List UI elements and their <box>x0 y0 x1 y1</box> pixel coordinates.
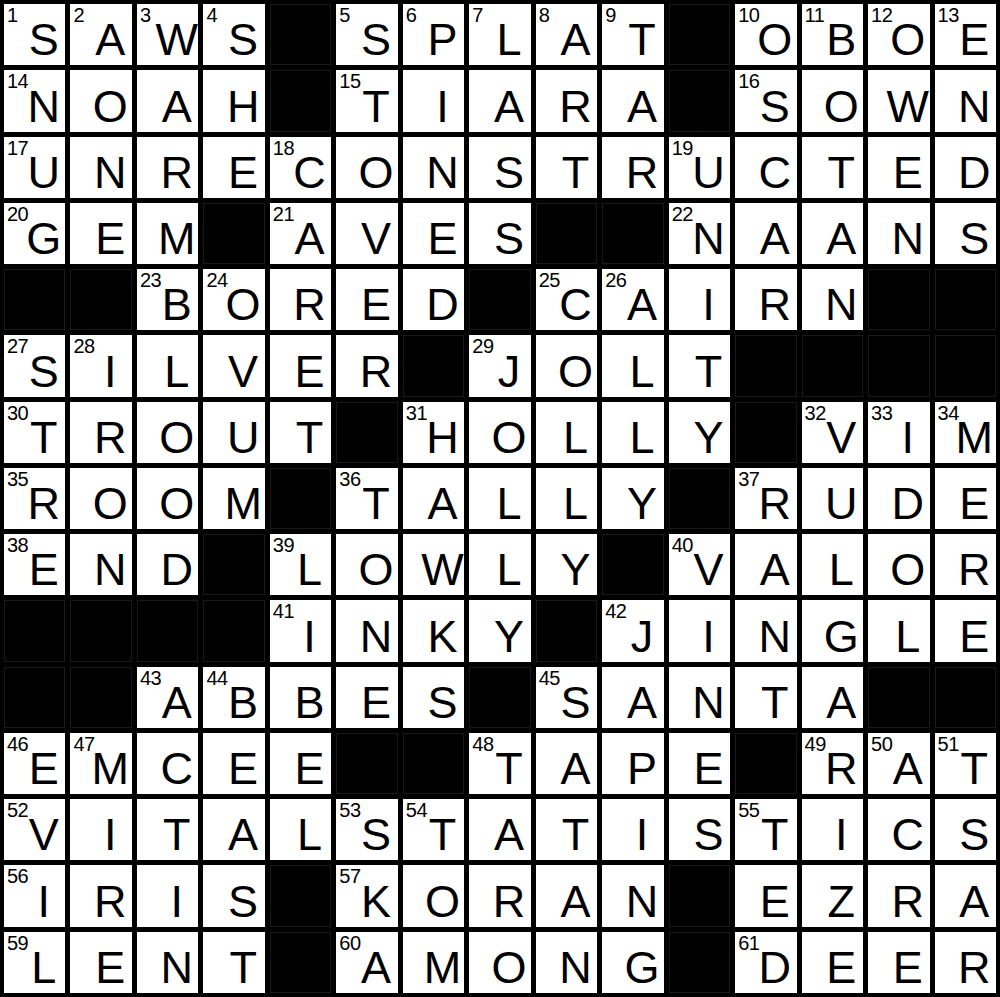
cell-r3c15[interactable]: D <box>935 137 996 198</box>
cell-r5c11[interactable]: I <box>669 269 730 330</box>
cell-letter: H <box>203 84 264 129</box>
block-r11c2 <box>70 667 131 728</box>
cell-r13c13[interactable]: I <box>802 799 863 860</box>
cell-r4c2[interactable]: E <box>70 203 131 264</box>
cell-r5c3[interactable]: 23B <box>137 269 198 330</box>
cell-r11c6[interactable]: E <box>336 667 397 728</box>
cell-r10c12[interactable]: N <box>735 600 796 661</box>
cell-r3c3[interactable]: R <box>137 137 198 198</box>
cell-r1c15[interactable]: 13E <box>935 4 996 65</box>
cell-r13c9[interactable]: T <box>536 799 597 860</box>
cell-r3c1[interactable]: 17U <box>4 137 65 198</box>
cell-letter: V <box>203 349 264 394</box>
cell-r12c11[interactable]: E <box>669 733 730 794</box>
cell-r12c14[interactable]: 50A <box>868 733 929 794</box>
cell-letter: E <box>4 746 65 791</box>
cell-r15c7[interactable]: M <box>403 932 464 993</box>
cell-letter: S <box>469 150 530 195</box>
cell-r5c13[interactable]: N <box>802 269 863 330</box>
cell-r15c6[interactable]: 60A <box>336 932 397 993</box>
cell-r6c5[interactable]: E <box>270 335 331 396</box>
cell-letter: E <box>935 614 996 659</box>
cell-letter: B <box>137 282 198 327</box>
cell-letter: D <box>735 945 796 990</box>
cell-r14c8[interactable]: R <box>469 865 530 926</box>
cell-r9c7[interactable]: W <box>403 534 464 595</box>
block-r4c9 <box>536 203 597 264</box>
cell-r7c11[interactable]: Y <box>669 402 730 463</box>
cell-letter: A <box>536 746 597 791</box>
cell-letter: G <box>802 614 863 659</box>
cell-r9c5[interactable]: 39L <box>270 534 331 595</box>
cell-r7c10[interactable]: L <box>602 402 663 463</box>
cell-r2c10[interactable]: A <box>602 70 663 131</box>
cell-r6c1[interactable]: 27S <box>4 335 65 396</box>
cell-letter: N <box>403 150 464 195</box>
cell-r12c15[interactable]: 51T <box>935 733 996 794</box>
cell-letter: Y <box>536 547 597 592</box>
cell-letter: V <box>4 812 65 857</box>
cell-r7c4[interactable]: U <box>203 402 264 463</box>
cell-r1c8[interactable]: 7L <box>469 4 530 65</box>
cell-r14c1[interactable]: 56I <box>4 865 65 926</box>
cell-letter: I <box>669 614 730 659</box>
cell-letter: I <box>802 812 863 857</box>
cell-r14c15[interactable]: A <box>935 865 996 926</box>
cell-letter: A <box>536 17 597 62</box>
cell-r12c5[interactable]: E <box>270 733 331 794</box>
cell-r14c3[interactable]: I <box>137 865 198 926</box>
cell-letter: S <box>203 17 264 62</box>
cell-letter: S <box>203 879 264 924</box>
cell-r12c10[interactable]: P <box>602 733 663 794</box>
cell-r9c12[interactable]: A <box>735 534 796 595</box>
cell-r12c9[interactable]: A <box>536 733 597 794</box>
cell-letter: T <box>336 84 397 129</box>
cell-r13c10[interactable]: I <box>602 799 663 860</box>
block-r4c4 <box>203 203 264 264</box>
cell-r15c8[interactable]: O <box>469 932 530 993</box>
cell-r2c2[interactable]: O <box>70 70 131 131</box>
cell-letter: S <box>469 216 530 261</box>
cell-letter: R <box>536 84 597 129</box>
cell-letter: S <box>935 216 996 261</box>
cell-r13c5[interactable]: L <box>270 799 331 860</box>
cell-letter: A <box>270 216 331 261</box>
cell-r10c5[interactable]: 41I <box>270 600 331 661</box>
cell-letter: N <box>669 680 730 725</box>
cell-r12c2[interactable]: 47M <box>70 733 131 794</box>
cell-letter: R <box>70 415 131 460</box>
cell-r7c5[interactable]: T <box>270 402 331 463</box>
cell-letter: R <box>469 879 530 924</box>
cell-r8c8[interactable]: L <box>469 468 530 529</box>
cell-letter: S <box>4 17 65 62</box>
cell-r4c7[interactable]: E <box>403 203 464 264</box>
cell-r8c7[interactable]: A <box>403 468 464 529</box>
cell-r11c12[interactable]: T <box>735 667 796 728</box>
block-r6c14 <box>868 335 929 396</box>
cell-letter: N <box>802 282 863 327</box>
cell-r4c3[interactable]: M <box>137 203 198 264</box>
block-r10c4 <box>203 600 264 661</box>
cell-letter: T <box>802 150 863 195</box>
cell-letter: L <box>137 349 198 394</box>
cell-r6c6[interactable]: R <box>336 335 397 396</box>
cell-r13c11[interactable]: S <box>669 799 730 860</box>
block-r7c6 <box>336 402 397 463</box>
cell-r14c4[interactable]: S <box>203 865 264 926</box>
cell-r2c6[interactable]: 15T <box>336 70 397 131</box>
cell-r1c4[interactable]: 4S <box>203 4 264 65</box>
cell-r9c15[interactable]: R <box>935 534 996 595</box>
cell-letter: T <box>735 812 796 857</box>
cell-r4c5[interactable]: 21A <box>270 203 331 264</box>
cell-letter: L <box>602 349 663 394</box>
cell-letter: U <box>669 150 730 195</box>
cell-r13c7[interactable]: 54T <box>403 799 464 860</box>
cell-letter: V <box>336 216 397 261</box>
cell-letter: L <box>802 547 863 592</box>
cell-r1c14[interactable]: 12O <box>868 4 929 65</box>
cell-r1c7[interactable]: 6P <box>403 4 464 65</box>
cell-r7c3[interactable]: O <box>137 402 198 463</box>
cell-r8c1[interactable]: 35R <box>4 468 65 529</box>
cell-letter: T <box>336 481 397 526</box>
cell-letter: C <box>536 282 597 327</box>
block-r9c10 <box>602 534 663 595</box>
cell-r9c1[interactable]: 38E <box>4 534 65 595</box>
block-r11c1 <box>4 667 65 728</box>
cell-letter: A <box>802 680 863 725</box>
cell-letter: D <box>403 282 464 327</box>
cell-r2c1[interactable]: 14N <box>4 70 65 131</box>
cell-r7c7[interactable]: 31H <box>403 402 464 463</box>
block-r5c8 <box>469 269 530 330</box>
cell-letter: T <box>203 945 264 990</box>
cell-r3c2[interactable]: N <box>70 137 131 198</box>
cell-r15c1[interactable]: 59L <box>4 932 65 993</box>
cell-r14c7[interactable]: O <box>403 865 464 926</box>
cell-r14c10[interactable]: N <box>602 865 663 926</box>
cell-r10c7[interactable]: K <box>403 600 464 661</box>
cell-r9c3[interactable]: D <box>137 534 198 595</box>
cell-r11c7[interactable]: S <box>403 667 464 728</box>
cell-r3c4[interactable]: E <box>203 137 264 198</box>
cell-r2c12[interactable]: 16S <box>735 70 796 131</box>
cell-letter: E <box>403 216 464 261</box>
cell-letter: M <box>137 216 198 261</box>
cell-letter: T <box>4 415 65 460</box>
cell-r7c8[interactable]: O <box>469 402 530 463</box>
cell-r14c12[interactable]: E <box>735 865 796 926</box>
cell-letter: L <box>868 614 929 659</box>
cell-r5c4[interactable]: 24O <box>203 269 264 330</box>
cell-r5c12[interactable]: R <box>735 269 796 330</box>
cell-r15c9[interactable]: N <box>536 932 597 993</box>
cell-r5c7[interactable]: D <box>403 269 464 330</box>
cell-r1c10[interactable]: 9T <box>602 4 663 65</box>
cell-r15c3[interactable]: N <box>137 932 198 993</box>
cell-letter: P <box>403 17 464 62</box>
cell-r4c13[interactable]: A <box>802 203 863 264</box>
cell-r3c8[interactable]: S <box>469 137 530 198</box>
cell-r14c9[interactable]: A <box>536 865 597 926</box>
cell-r6c4[interactable]: V <box>203 335 264 396</box>
cell-r6c3[interactable]: L <box>137 335 198 396</box>
cell-r11c11[interactable]: N <box>669 667 730 728</box>
block-r8c5 <box>270 468 331 529</box>
block-r14c11 <box>669 865 730 926</box>
cell-r10c13[interactable]: G <box>802 600 863 661</box>
cell-r12c1[interactable]: 46E <box>4 733 65 794</box>
cell-r3c12[interactable]: C <box>735 137 796 198</box>
cell-r13c2[interactable]: I <box>70 799 131 860</box>
cell-letter: N <box>137 945 198 990</box>
cell-r2c3[interactable]: A <box>137 70 198 131</box>
cell-r10c6[interactable]: N <box>336 600 397 661</box>
cell-r14c6[interactable]: 57K <box>336 865 397 926</box>
cell-r2c14[interactable]: W <box>868 70 929 131</box>
cell-letter: A <box>536 879 597 924</box>
cell-r4c12[interactable]: A <box>735 203 796 264</box>
cell-r15c14[interactable]: E <box>868 932 929 993</box>
cell-r7c1[interactable]: 30T <box>4 402 65 463</box>
cell-letter: R <box>935 547 996 592</box>
cell-letter: G <box>602 945 663 990</box>
cell-letter: E <box>735 879 796 924</box>
cell-r15c2[interactable]: E <box>70 932 131 993</box>
cell-r6c2[interactable]: 28I <box>70 335 131 396</box>
block-r12c6 <box>336 733 397 794</box>
cell-r7c13[interactable]: 32V <box>802 402 863 463</box>
cell-r10c8[interactable]: Y <box>469 600 530 661</box>
cell-letter: N <box>336 614 397 659</box>
cell-letter: N <box>536 945 597 990</box>
cell-letter: U <box>802 481 863 526</box>
cell-letter: A <box>203 812 264 857</box>
cell-r11c5[interactable]: B <box>270 667 331 728</box>
cell-r2c8[interactable]: A <box>469 70 530 131</box>
cell-letter: L <box>536 481 597 526</box>
cell-r11c10[interactable]: A <box>602 667 663 728</box>
block-r12c7 <box>403 733 464 794</box>
cell-r9c8[interactable]: L <box>469 534 530 595</box>
cell-r3c7[interactable]: N <box>403 137 464 198</box>
cell-r13c15[interactable]: S <box>935 799 996 860</box>
cell-r1c1[interactable]: 1S <box>4 4 65 65</box>
cell-letter: I <box>403 84 464 129</box>
cell-r15c13[interactable]: E <box>802 932 863 993</box>
cell-letter: S <box>4 349 65 394</box>
cell-letter: L <box>469 17 530 62</box>
cell-r8c13[interactable]: U <box>802 468 863 529</box>
cell-r8c15[interactable]: E <box>935 468 996 529</box>
cell-letter: A <box>469 812 530 857</box>
cell-r13c8[interactable]: A <box>469 799 530 860</box>
cell-r11c3[interactable]: 43A <box>137 667 198 728</box>
cell-r12c13[interactable]: 49R <box>802 733 863 794</box>
cell-r3c14[interactable]: E <box>868 137 929 198</box>
cell-r10c10[interactable]: 42J <box>602 600 663 661</box>
cell-letter: I <box>270 614 331 659</box>
cell-r6c8[interactable]: 29J <box>469 335 530 396</box>
cell-r3c6[interactable]: O <box>336 137 397 198</box>
cell-letter: P <box>602 746 663 791</box>
cell-r1c9[interactable]: 8A <box>536 4 597 65</box>
cell-letter: I <box>868 415 929 460</box>
cell-r4c11[interactable]: 22N <box>669 203 730 264</box>
cell-letter: A <box>602 282 663 327</box>
cell-r9c9[interactable]: Y <box>536 534 597 595</box>
cell-r13c6[interactable]: 53S <box>336 799 397 860</box>
cell-r2c4[interactable]: H <box>203 70 264 131</box>
cell-letter: L <box>469 547 530 592</box>
cell-r13c4[interactable]: A <box>203 799 264 860</box>
cell-r1c2[interactable]: 2A <box>70 4 131 65</box>
cell-letter: T <box>935 746 996 791</box>
cell-r13c12[interactable]: 55T <box>735 799 796 860</box>
cell-r11c13[interactable]: A <box>802 667 863 728</box>
cell-r8c4[interactable]: M <box>203 468 264 529</box>
cell-letter: Y <box>669 415 730 460</box>
cell-letter: T <box>137 812 198 857</box>
cell-r5c6[interactable]: E <box>336 269 397 330</box>
cell-letter: E <box>203 746 264 791</box>
cell-letter: E <box>203 150 264 195</box>
cell-letter: N <box>669 216 730 261</box>
cell-letter: E <box>802 945 863 990</box>
cell-r8c14[interactable]: D <box>868 468 929 529</box>
cell-r14c13[interactable]: Z <box>802 865 863 926</box>
cell-r2c15[interactable]: N <box>935 70 996 131</box>
cell-r3c5[interactable]: 18C <box>270 137 331 198</box>
cell-r8c6[interactable]: 36T <box>336 468 397 529</box>
cell-r11c4[interactable]: 44B <box>203 667 264 728</box>
cell-r8c10[interactable]: Y <box>602 468 663 529</box>
block-r12c12 <box>735 733 796 794</box>
cell-letter: A <box>403 481 464 526</box>
cell-r6c10[interactable]: L <box>602 335 663 396</box>
cell-letter: T <box>735 680 796 725</box>
cell-r15c10[interactable]: G <box>602 932 663 993</box>
cell-r7c15[interactable]: 34M <box>935 402 996 463</box>
cell-r8c2[interactable]: O <box>70 468 131 529</box>
cell-letter: E <box>336 282 397 327</box>
block-r7c12 <box>735 402 796 463</box>
cell-r4c6[interactable]: V <box>336 203 397 264</box>
cell-letter: G <box>4 216 65 261</box>
cell-r13c1[interactable]: 52V <box>4 799 65 860</box>
cell-letter: Y <box>469 614 530 659</box>
cell-r7c9[interactable]: L <box>536 402 597 463</box>
cell-r10c11[interactable]: I <box>669 600 730 661</box>
cell-letter: O <box>137 415 198 460</box>
cell-r6c11[interactable]: T <box>669 335 730 396</box>
cell-r8c12[interactable]: 37R <box>735 468 796 529</box>
cell-letter: J <box>602 614 663 659</box>
block-r4c10 <box>602 203 663 264</box>
cell-r4c1[interactable]: 20G <box>4 203 65 264</box>
cell-r9c6[interactable]: O <box>336 534 397 595</box>
cell-r2c7[interactable]: I <box>403 70 464 131</box>
cell-r5c5[interactable]: R <box>270 269 331 330</box>
cell-letter: M <box>70 746 131 791</box>
cell-letter: T <box>469 746 530 791</box>
cell-r12c3[interactable]: C <box>137 733 198 794</box>
cell-letter: E <box>868 150 929 195</box>
block-r2c11 <box>669 70 730 131</box>
cell-r3c9[interactable]: T <box>536 137 597 198</box>
cell-r15c12[interactable]: 61D <box>735 932 796 993</box>
cell-r10c14[interactable]: L <box>868 600 929 661</box>
cell-letter: T <box>669 349 730 394</box>
cell-r1c3[interactable]: 3W <box>137 4 198 65</box>
cell-letter: E <box>935 481 996 526</box>
cell-r9c11[interactable]: 40V <box>669 534 730 595</box>
cell-r12c4[interactable]: E <box>203 733 264 794</box>
cell-letter: C <box>137 746 198 791</box>
cell-r7c2[interactable]: R <box>70 402 131 463</box>
cell-r5c10[interactable]: 26A <box>602 269 663 330</box>
block-r5c1 <box>4 269 65 330</box>
cell-r8c9[interactable]: L <box>536 468 597 529</box>
cell-r4c14[interactable]: N <box>868 203 929 264</box>
block-r8c11 <box>669 468 730 529</box>
cell-r11c9[interactable]: 45S <box>536 667 597 728</box>
cell-letter: A <box>602 84 663 129</box>
cell-r14c14[interactable]: R <box>868 865 929 926</box>
cell-r13c3[interactable]: T <box>137 799 198 860</box>
cell-r1c12[interactable]: 10O <box>735 4 796 65</box>
block-r1c5 <box>270 4 331 65</box>
cell-r1c6[interactable]: 5S <box>336 4 397 65</box>
cell-letter: N <box>868 216 929 261</box>
block-r2c5 <box>270 70 331 131</box>
block-r6c12 <box>735 335 796 396</box>
cell-r6c9[interactable]: O <box>536 335 597 396</box>
cell-r10c15[interactable]: E <box>935 600 996 661</box>
cell-r14c2[interactable]: R <box>70 865 131 926</box>
cell-r9c14[interactable]: O <box>868 534 929 595</box>
cell-r7c14[interactable]: 33I <box>868 402 929 463</box>
cell-r12c8[interactable]: 48T <box>469 733 530 794</box>
cell-r9c2[interactable]: N <box>70 534 131 595</box>
block-r9c4 <box>203 534 264 595</box>
cell-r1c13[interactable]: 11B <box>802 4 863 65</box>
cell-letter: D <box>935 150 996 195</box>
cell-r3c10[interactable]: R <box>602 137 663 198</box>
cell-letter: U <box>203 415 264 460</box>
cell-r2c13[interactable]: O <box>802 70 863 131</box>
cell-r3c11[interactable]: 19U <box>669 137 730 198</box>
cell-r4c8[interactable]: S <box>469 203 530 264</box>
cell-r5c9[interactable]: 25C <box>536 269 597 330</box>
cell-letter: B <box>802 17 863 62</box>
block-r6c7 <box>403 335 464 396</box>
cell-r2c9[interactable]: R <box>536 70 597 131</box>
cell-r9c13[interactable]: L <box>802 534 863 595</box>
block-r1c11 <box>669 4 730 65</box>
cell-r4c15[interactable]: S <box>935 203 996 264</box>
cell-letter: L <box>270 547 331 592</box>
cell-r3c13[interactable]: T <box>802 137 863 198</box>
cell-r8c3[interactable]: O <box>137 468 198 529</box>
cell-letter: A <box>137 84 198 129</box>
cell-r15c15[interactable]: R <box>935 932 996 993</box>
cell-r13c14[interactable]: C <box>868 799 929 860</box>
cell-r15c4[interactable]: T <box>203 932 264 993</box>
